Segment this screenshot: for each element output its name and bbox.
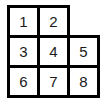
tile-1[interactable]: 1 [10, 8, 37, 35]
puzzle-screenshot: 12345678 [0, 0, 104, 108]
tile-5[interactable]: 5 [70, 38, 97, 65]
tile-8[interactable]: 8 [70, 68, 97, 95]
eight-puzzle-board: 12345678 [10, 8, 97, 95]
tile-6[interactable]: 6 [10, 68, 37, 95]
blank-space [70, 8, 97, 35]
tile-7[interactable]: 7 [40, 68, 67, 95]
tile-4[interactable]: 4 [40, 38, 67, 65]
tile-2[interactable]: 2 [40, 8, 67, 35]
tile-3[interactable]: 3 [10, 38, 37, 65]
